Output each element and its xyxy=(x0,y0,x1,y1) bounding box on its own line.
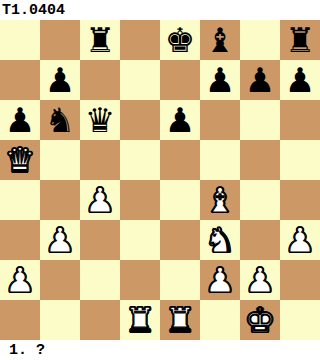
square-a7[interactable] xyxy=(0,60,40,100)
piece-black-rook: ♜ xyxy=(285,20,315,60)
square-g5[interactable] xyxy=(240,140,280,180)
square-a3[interactable] xyxy=(0,220,40,260)
square-b5[interactable] xyxy=(40,140,80,180)
piece-black-pawn: ♟ xyxy=(285,60,315,100)
square-b4[interactable] xyxy=(40,180,80,220)
square-b8[interactable] xyxy=(40,20,80,60)
piece-white-pawn: ♟ xyxy=(85,180,115,220)
piece-white-bishop: ♝ xyxy=(205,180,235,220)
square-e7[interactable] xyxy=(160,60,200,100)
piece-black-king: ♚ xyxy=(165,20,195,60)
square-g2[interactable]: ♟ xyxy=(240,260,280,300)
piece-black-rook: ♜ xyxy=(85,20,115,60)
piece-white-pawn: ♟ xyxy=(285,220,315,260)
square-f5[interactable] xyxy=(200,140,240,180)
square-b1[interactable] xyxy=(40,300,80,340)
piece-black-knight: ♞ xyxy=(45,100,75,140)
square-e1[interactable]: ♜ xyxy=(160,300,200,340)
square-d1[interactable]: ♜ xyxy=(120,300,160,340)
square-h8[interactable]: ♜ xyxy=(280,20,320,60)
piece-white-knight: ♞ xyxy=(205,220,235,260)
piece-black-pawn: ♟ xyxy=(45,60,75,100)
piece-black-pawn: ♟ xyxy=(165,100,195,140)
square-e3[interactable] xyxy=(160,220,200,260)
square-d3[interactable] xyxy=(120,220,160,260)
piece-white-king: ♚ xyxy=(245,300,275,340)
square-c4[interactable]: ♟ xyxy=(80,180,120,220)
square-g7[interactable]: ♟ xyxy=(240,60,280,100)
square-e5[interactable] xyxy=(160,140,200,180)
square-e6[interactable]: ♟ xyxy=(160,100,200,140)
square-a6[interactable]: ♟ xyxy=(0,100,40,140)
square-c7[interactable] xyxy=(80,60,120,100)
square-f2[interactable]: ♟ xyxy=(200,260,240,300)
square-d7[interactable] xyxy=(120,60,160,100)
square-g4[interactable] xyxy=(240,180,280,220)
piece-black-pawn: ♟ xyxy=(5,100,35,140)
square-f4[interactable]: ♝ xyxy=(200,180,240,220)
square-c2[interactable] xyxy=(80,260,120,300)
square-g8[interactable] xyxy=(240,20,280,60)
square-e4[interactable] xyxy=(160,180,200,220)
square-h2[interactable] xyxy=(280,260,320,300)
square-h5[interactable] xyxy=(280,140,320,180)
square-d5[interactable] xyxy=(120,140,160,180)
piece-white-pawn: ♟ xyxy=(205,260,235,300)
square-a4[interactable] xyxy=(0,180,40,220)
piece-white-pawn: ♟ xyxy=(245,260,275,300)
chess-board: ♜♚♝♜♟♟♟♟♟♞♛♟♛♟♝♟♞♟♟♟♟♜♜♚ xyxy=(0,20,320,340)
square-a5[interactable]: ♛ xyxy=(0,140,40,180)
square-b7[interactable]: ♟ xyxy=(40,60,80,100)
square-d6[interactable] xyxy=(120,100,160,140)
square-f6[interactable] xyxy=(200,100,240,140)
chess-puzzle-app: T1.0404 ♜♚♝♜♟♟♟♟♟♞♛♟♛♟♝♟♞♟♟♟♟♜♜♚ 1. ? xyxy=(0,0,320,360)
square-g3[interactable] xyxy=(240,220,280,260)
square-b3[interactable]: ♟ xyxy=(40,220,80,260)
square-c8[interactable]: ♜ xyxy=(80,20,120,60)
square-c6[interactable]: ♛ xyxy=(80,100,120,140)
square-f3[interactable]: ♞ xyxy=(200,220,240,260)
square-f8[interactable]: ♝ xyxy=(200,20,240,60)
puzzle-id: T1.0404 xyxy=(0,0,320,20)
square-g6[interactable] xyxy=(240,100,280,140)
square-h4[interactable] xyxy=(280,180,320,220)
square-b2[interactable] xyxy=(40,260,80,300)
piece-black-queen: ♛ xyxy=(85,100,115,140)
square-d4[interactable] xyxy=(120,180,160,220)
square-d8[interactable] xyxy=(120,20,160,60)
square-c1[interactable] xyxy=(80,300,120,340)
square-c3[interactable] xyxy=(80,220,120,260)
square-e8[interactable]: ♚ xyxy=(160,20,200,60)
piece-black-pawn: ♟ xyxy=(245,60,275,100)
square-h1[interactable] xyxy=(280,300,320,340)
move-prompt: 1. ? xyxy=(0,340,320,360)
piece-white-queen: ♛ xyxy=(5,140,35,180)
square-b6[interactable]: ♞ xyxy=(40,100,80,140)
piece-white-pawn: ♟ xyxy=(5,260,35,300)
square-a1[interactable] xyxy=(0,300,40,340)
piece-black-pawn: ♟ xyxy=(205,60,235,100)
square-e2[interactable] xyxy=(160,260,200,300)
piece-white-rook: ♜ xyxy=(165,300,195,340)
square-c5[interactable] xyxy=(80,140,120,180)
square-f1[interactable] xyxy=(200,300,240,340)
piece-white-pawn: ♟ xyxy=(45,220,75,260)
piece-black-bishop: ♝ xyxy=(205,20,235,60)
square-h3[interactable]: ♟ xyxy=(280,220,320,260)
square-a8[interactable] xyxy=(0,20,40,60)
square-h7[interactable]: ♟ xyxy=(280,60,320,100)
piece-white-rook: ♜ xyxy=(125,300,155,340)
square-d2[interactable] xyxy=(120,260,160,300)
square-a2[interactable]: ♟ xyxy=(0,260,40,300)
square-h6[interactable] xyxy=(280,100,320,140)
square-g1[interactable]: ♚ xyxy=(240,300,280,340)
square-f7[interactable]: ♟ xyxy=(200,60,240,100)
